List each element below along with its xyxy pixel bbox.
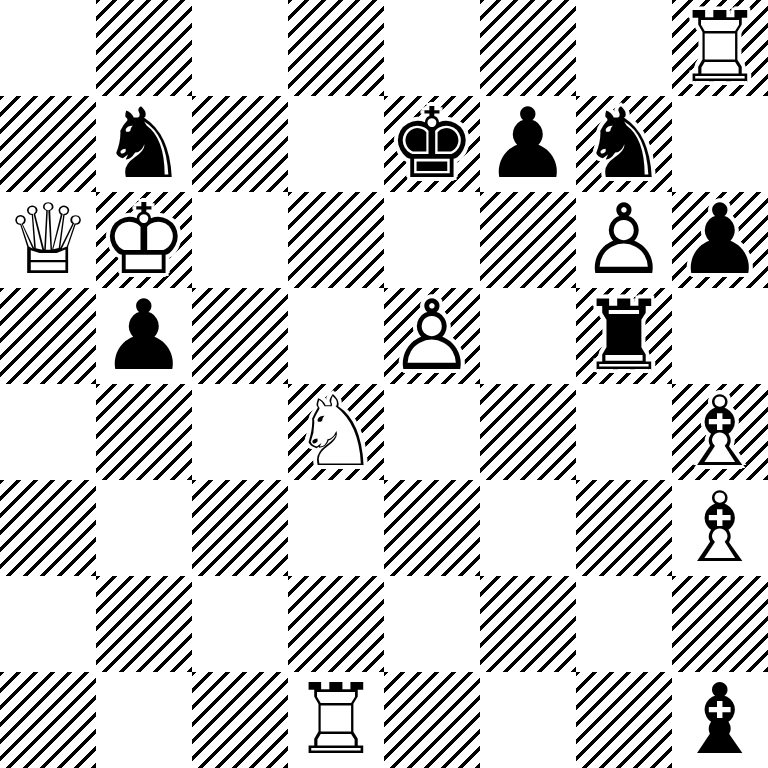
square-e2[interactable]	[384, 576, 480, 672]
square-h3[interactable]: ♝♗	[672, 480, 768, 576]
square-g6[interactable]: ♟♙	[576, 192, 672, 288]
square-d8[interactable]	[288, 0, 384, 96]
square-f3[interactable]	[480, 480, 576, 576]
square-f8[interactable]	[480, 0, 576, 96]
square-e7[interactable]: ♚♚	[384, 96, 480, 192]
square-b2[interactable]	[96, 576, 192, 672]
piece-black-pawn-f7[interactable]: ♟	[480, 96, 576, 192]
square-d5[interactable]	[288, 288, 384, 384]
piece-white-bishop-h3[interactable]: ♗	[672, 480, 768, 576]
piece-black-knight-b7[interactable]: ♞	[96, 96, 192, 192]
square-e4[interactable]	[384, 384, 480, 480]
square-b7[interactable]: ♞♞	[96, 96, 192, 192]
square-b6[interactable]: ♚♔	[96, 192, 192, 288]
square-h4[interactable]: ♝♗	[672, 384, 768, 480]
square-c3[interactable]	[192, 480, 288, 576]
piece-white-rook-h8[interactable]: ♖	[672, 0, 768, 96]
square-a4[interactable]	[0, 384, 96, 480]
square-c6[interactable]	[192, 192, 288, 288]
square-h1[interactable]: ♝♝	[672, 672, 768, 768]
square-f4[interactable]	[480, 384, 576, 480]
square-h5[interactable]	[672, 288, 768, 384]
square-a2[interactable]	[0, 576, 96, 672]
chess-board: ♜♖♞♞♚♚♟♟♞♞♛♕♚♔♟♙♟♟♟♟♟♙♜♜♞♘♝♗♝♗♜♖♝♝	[0, 0, 768, 768]
square-a1[interactable]	[0, 672, 96, 768]
piece-white-bishop-h4[interactable]: ♗	[672, 384, 768, 480]
square-a3[interactable]	[0, 480, 96, 576]
square-c7[interactable]	[192, 96, 288, 192]
piece-white-king-b6[interactable]: ♔	[96, 192, 192, 288]
piece-black-bishop-h1[interactable]: ♝	[672, 672, 768, 768]
square-g3[interactable]	[576, 480, 672, 576]
square-a6[interactable]: ♛♕	[0, 192, 96, 288]
square-f5[interactable]	[480, 288, 576, 384]
square-g2[interactable]	[576, 576, 672, 672]
square-e1[interactable]	[384, 672, 480, 768]
square-b8[interactable]	[96, 0, 192, 96]
square-c1[interactable]	[192, 672, 288, 768]
square-e8[interactable]	[384, 0, 480, 96]
piece-black-knight-g7[interactable]: ♞	[576, 96, 672, 192]
square-a7[interactable]	[0, 96, 96, 192]
piece-black-king-e7[interactable]: ♚	[384, 96, 480, 192]
square-c5[interactable]	[192, 288, 288, 384]
square-c8[interactable]	[192, 0, 288, 96]
piece-black-pawn-h6[interactable]: ♟	[672, 192, 768, 288]
square-d6[interactable]	[288, 192, 384, 288]
square-g4[interactable]	[576, 384, 672, 480]
square-d3[interactable]	[288, 480, 384, 576]
square-b1[interactable]	[96, 672, 192, 768]
square-g8[interactable]	[576, 0, 672, 96]
piece-black-pawn-b5[interactable]: ♟	[96, 288, 192, 384]
square-h2[interactable]	[672, 576, 768, 672]
square-h6[interactable]: ♟♟	[672, 192, 768, 288]
square-d7[interactable]	[288, 96, 384, 192]
square-d2[interactable]	[288, 576, 384, 672]
square-f7[interactable]: ♟♟	[480, 96, 576, 192]
square-a8[interactable]	[0, 0, 96, 96]
square-b4[interactable]	[96, 384, 192, 480]
square-g1[interactable]	[576, 672, 672, 768]
piece-white-knight-d4[interactable]: ♘	[288, 384, 384, 480]
square-b3[interactable]	[96, 480, 192, 576]
square-d4[interactable]: ♞♘	[288, 384, 384, 480]
square-a5[interactable]	[0, 288, 96, 384]
square-c2[interactable]	[192, 576, 288, 672]
square-f6[interactable]	[480, 192, 576, 288]
square-f1[interactable]	[480, 672, 576, 768]
piece-white-rook-d1[interactable]: ♖	[288, 672, 384, 768]
piece-black-rook-g5[interactable]: ♜	[576, 288, 672, 384]
square-c4[interactable]	[192, 384, 288, 480]
chess-board-diagram: ♜♖♞♞♚♚♟♟♞♞♛♕♚♔♟♙♟♟♟♟♟♙♜♜♞♘♝♗♝♗♜♖♝♝	[0, 0, 768, 768]
square-b5[interactable]: ♟♟	[96, 288, 192, 384]
piece-white-queen-a6[interactable]: ♕	[0, 192, 96, 288]
square-e6[interactable]	[384, 192, 480, 288]
square-f2[interactable]	[480, 576, 576, 672]
square-e3[interactable]	[384, 480, 480, 576]
square-h8[interactable]: ♜♖	[672, 0, 768, 96]
square-d1[interactable]: ♜♖	[288, 672, 384, 768]
piece-white-pawn-e5[interactable]: ♙	[384, 288, 480, 384]
square-g5[interactable]: ♜♜	[576, 288, 672, 384]
square-e5[interactable]: ♟♙	[384, 288, 480, 384]
piece-white-pawn-g6[interactable]: ♙	[576, 192, 672, 288]
square-g7[interactable]: ♞♞	[576, 96, 672, 192]
square-h7[interactable]	[672, 96, 768, 192]
